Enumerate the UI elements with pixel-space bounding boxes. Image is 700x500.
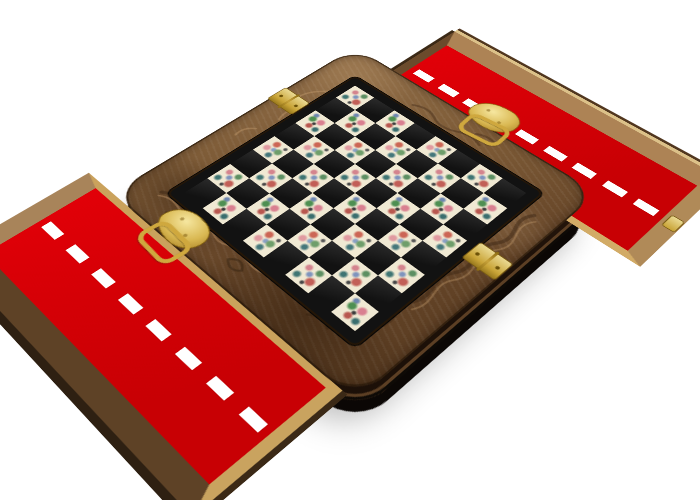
felt-divider-dash [42,221,65,240]
square-r5c7 [377,224,422,257]
square-r6c4 [290,193,333,224]
square-r8c4 [243,224,288,257]
square-r7c4 [267,208,311,240]
square-r6c7 [355,241,401,275]
felt-divider-dash [413,69,435,82]
square-r6c6 [333,224,378,257]
square-r7c3 [246,193,289,224]
felt-divider-dash [91,268,116,288]
square-r8c5 [264,241,310,275]
square-r5c5 [333,193,376,224]
square-r7c5 [288,224,333,257]
square-r7c6 [309,241,355,275]
square-r5c8 [401,241,447,275]
square-r3c8 [443,208,487,240]
square-r6c5 [311,208,355,240]
felt-divider-dash [118,293,143,314]
felt-divider-dash [602,180,628,197]
felt-divider-dash [515,129,539,144]
square-r4c7 [399,208,443,240]
square-r8c2 [203,193,246,224]
felt-divider-dash [437,83,459,97]
square-r8c3 [223,208,267,240]
felt-divider-dash [572,162,597,178]
drawer-clasp-icon [661,215,685,233]
square-r8c6 [285,257,331,293]
felt-divider-dash [176,346,203,370]
square-r4c8 [422,224,467,257]
felt-divider-dash [146,319,172,341]
felt-divider-dash [66,244,90,263]
felt-divider-dash [633,198,660,216]
felt-divider-dash [239,406,268,432]
square-r6c8 [378,257,424,293]
square-r2c8 [464,193,507,224]
felt-divider-dash [206,375,234,400]
square-r8c7 [308,275,355,312]
square-r7c8 [355,275,402,312]
square-r4c6 [377,193,420,224]
felt-divider-dash [543,145,568,161]
square-r7c7 [332,257,378,293]
product-photo-scene [0,0,700,500]
square-r3c7 [420,193,463,224]
square-r5c6 [355,208,399,240]
square-r8c8 [331,293,379,331]
